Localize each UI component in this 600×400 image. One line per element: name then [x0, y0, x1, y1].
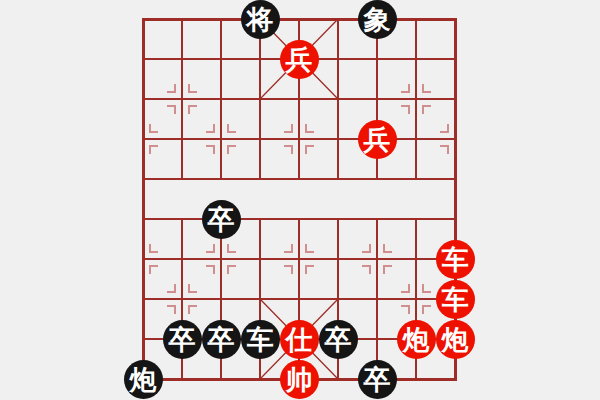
- piece-red-chariot[interactable]: 车: [436, 280, 475, 319]
- piece-red-soldier[interactable]: 兵: [358, 120, 397, 159]
- piece-red-cannon[interactable]: 炮: [436, 320, 475, 359]
- pieces-layer: 兵兵车车仕炮炮帅将象卒卒卒车卒炮卒: [124, 0, 475, 399]
- piece-black-soldier[interactable]: 卒: [358, 360, 397, 399]
- piece-black-soldier[interactable]: 卒: [163, 320, 202, 359]
- piece-red-soldier[interactable]: 兵: [280, 40, 319, 79]
- piece-black-soldier[interactable]: 卒: [202, 320, 241, 359]
- piece-black-elephant[interactable]: 象: [358, 0, 397, 39]
- piece-black-cannon[interactable]: 炮: [124, 360, 163, 399]
- piece-black-soldier[interactable]: 卒: [202, 200, 241, 239]
- xiangqi-board: 兵兵车车仕炮炮帅将象卒卒卒车卒炮卒: [143, 19, 455, 379]
- piece-red-advisor[interactable]: 仕: [280, 320, 319, 359]
- piece-black-general[interactable]: 将: [241, 0, 280, 39]
- xiangqi-diagram-screen: 兵兵车车仕炮炮帅将象卒卒卒车卒炮卒: [0, 0, 600, 400]
- piece-red-general[interactable]: 帅: [280, 360, 319, 399]
- piece-black-soldier[interactable]: 卒: [319, 320, 358, 359]
- piece-black-chariot[interactable]: 车: [241, 320, 280, 359]
- piece-red-chariot[interactable]: 车: [436, 240, 475, 279]
- piece-red-cannon[interactable]: 炮: [397, 320, 436, 359]
